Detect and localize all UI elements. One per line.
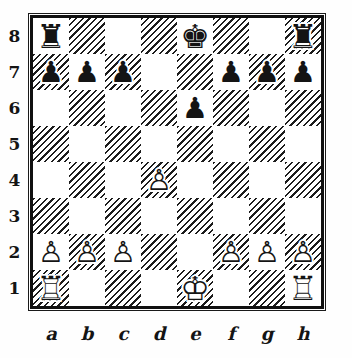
black-king[interactable]: ♚♚ [177, 18, 213, 54]
white-pawn[interactable]: ♟♙ [249, 234, 285, 270]
square-d3[interactable] [141, 198, 177, 234]
square-f5[interactable] [213, 126, 249, 162]
square-d1[interactable] [141, 270, 177, 306]
square-f8[interactable] [213, 18, 249, 54]
black-pawn[interactable]: ♟♟ [285, 54, 321, 90]
square-g3[interactable] [249, 198, 285, 234]
file-label-g: g [249, 323, 285, 344]
file-label-f: f [213, 323, 249, 344]
square-e1[interactable]: ♚♔ [177, 270, 213, 306]
square-e8[interactable]: ♚♚ [177, 18, 213, 54]
black-pawn-glyph: ♟ [33, 54, 69, 90]
white-rook-glyph: ♖ [33, 270, 69, 306]
file-label-e: e [177, 323, 213, 344]
square-d8[interactable] [141, 18, 177, 54]
square-h5[interactable] [285, 126, 321, 162]
square-a3[interactable] [33, 198, 69, 234]
square-c6[interactable] [105, 90, 141, 126]
board-border: ♜♜♚♚♜♜♟♟♟♟♟♟♟♟♟♟♟♟♟♟♟♙♟♙♟♙♟♙♟♙♟♙♟♙♜♖♚♔♜♖ [30, 15, 324, 309]
black-pawn-glyph: ♟ [285, 54, 321, 90]
black-rook[interactable]: ♜♜ [285, 18, 321, 54]
square-f3[interactable] [213, 198, 249, 234]
square-d7[interactable] [141, 54, 177, 90]
square-a5[interactable] [33, 126, 69, 162]
rank-label-5: 5 [5, 126, 24, 162]
white-pawn[interactable]: ♟♙ [141, 162, 177, 198]
square-g4[interactable] [249, 162, 285, 198]
white-pawn-glyph: ♙ [141, 162, 177, 198]
rank-labels: 87654321 [5, 18, 24, 306]
square-f7[interactable]: ♟♟ [213, 54, 249, 90]
chess-diagram: 87654321 ♜♜♚♚♜♜♟♟♟♟♟♟♟♟♟♟♟♟♟♟♟♙♟♙♟♙♟♙♟♙♟… [0, 0, 352, 358]
square-c2[interactable]: ♟♙ [105, 234, 141, 270]
white-pawn-glyph: ♙ [213, 234, 249, 270]
black-pawn[interactable]: ♟♟ [33, 54, 69, 90]
black-pawn-glyph: ♟ [213, 54, 249, 90]
black-pawn-glyph: ♟ [249, 54, 285, 90]
square-h6[interactable] [285, 90, 321, 126]
black-pawn-glyph: ♟ [105, 54, 141, 90]
black-rook-glyph: ♜ [33, 18, 69, 54]
square-a7[interactable]: ♟♟ [33, 54, 69, 90]
square-c4[interactable] [105, 162, 141, 198]
white-rook[interactable]: ♜♖ [33, 270, 69, 306]
file-label-a: a [33, 323, 69, 344]
square-h3[interactable] [285, 198, 321, 234]
black-king-glyph: ♚ [177, 18, 213, 54]
white-pawn[interactable]: ♟♙ [213, 234, 249, 270]
square-c5[interactable] [105, 126, 141, 162]
square-e2[interactable] [177, 234, 213, 270]
rank-label-4: 4 [5, 162, 24, 198]
square-g8[interactable] [249, 18, 285, 54]
rank-label-7: 7 [5, 54, 24, 90]
square-b3[interactable] [69, 198, 105, 234]
square-d6[interactable] [141, 90, 177, 126]
file-label-d: d [141, 323, 177, 344]
square-h4[interactable] [285, 162, 321, 198]
black-pawn-glyph: ♟ [69, 54, 105, 90]
square-c1[interactable] [105, 270, 141, 306]
white-pawn[interactable]: ♟♙ [33, 234, 69, 270]
black-pawn[interactable]: ♟♟ [213, 54, 249, 90]
white-rook-glyph: ♖ [285, 270, 321, 306]
square-a6[interactable] [33, 90, 69, 126]
square-b6[interactable] [69, 90, 105, 126]
square-b4[interactable] [69, 162, 105, 198]
square-a8[interactable]: ♜♜ [33, 18, 69, 54]
square-b5[interactable] [69, 126, 105, 162]
square-b2[interactable]: ♟♙ [69, 234, 105, 270]
square-b8[interactable] [69, 18, 105, 54]
square-e5[interactable] [177, 126, 213, 162]
square-d4[interactable]: ♟♙ [141, 162, 177, 198]
square-f1[interactable] [213, 270, 249, 306]
black-pawn[interactable]: ♟♟ [249, 54, 285, 90]
square-g7[interactable]: ♟♟ [249, 54, 285, 90]
file-label-c: c [105, 323, 141, 344]
white-pawn-glyph: ♙ [249, 234, 285, 270]
square-f4[interactable] [213, 162, 249, 198]
square-g6[interactable] [249, 90, 285, 126]
black-pawn[interactable]: ♟♟ [69, 54, 105, 90]
black-rook-glyph: ♜ [285, 18, 321, 54]
white-pawn-glyph: ♙ [285, 234, 321, 270]
square-c7[interactable]: ♟♟ [105, 54, 141, 90]
rank-label-2: 2 [5, 234, 24, 270]
square-h8[interactable]: ♜♜ [285, 18, 321, 54]
rank-label-8: 8 [5, 18, 24, 54]
file-label-h: h [285, 323, 321, 344]
square-g1[interactable] [249, 270, 285, 306]
white-king[interactable]: ♚♔ [177, 270, 213, 306]
white-pawn[interactable]: ♟♙ [285, 234, 321, 270]
white-rook[interactable]: ♜♖ [285, 270, 321, 306]
file-label-b: b [69, 323, 105, 344]
square-c8[interactable] [105, 18, 141, 54]
white-king-glyph: ♔ [177, 270, 213, 306]
file-labels: abcdefgh [33, 323, 321, 344]
square-h2[interactable]: ♟♙ [285, 234, 321, 270]
square-d2[interactable] [141, 234, 177, 270]
rank-label-1: 1 [5, 270, 24, 306]
white-pawn[interactable]: ♟♙ [69, 234, 105, 270]
board: ♜♜♚♚♜♜♟♟♟♟♟♟♟♟♟♟♟♟♟♟♟♙♟♙♟♙♟♙♟♙♟♙♟♙♜♖♚♔♜♖ [33, 18, 321, 306]
square-a2[interactable]: ♟♙ [33, 234, 69, 270]
square-f6[interactable] [213, 90, 249, 126]
square-e6[interactable]: ♟♟ [177, 90, 213, 126]
white-pawn-glyph: ♙ [33, 234, 69, 270]
square-g5[interactable] [249, 126, 285, 162]
square-h1[interactable]: ♜♖ [285, 270, 321, 306]
square-e4[interactable] [177, 162, 213, 198]
square-e3[interactable] [177, 198, 213, 234]
board-frame: ♜♜♚♚♜♜♟♟♟♟♟♟♟♟♟♟♟♟♟♟♟♙♟♙♟♙♟♙♟♙♟♙♟♙♜♖♚♔♜♖ [28, 13, 326, 311]
square-d5[interactable] [141, 126, 177, 162]
square-e7[interactable] [177, 54, 213, 90]
white-pawn[interactable]: ♟♙ [105, 234, 141, 270]
rank-label-3: 3 [5, 198, 24, 234]
square-a1[interactable]: ♜♖ [33, 270, 69, 306]
square-a4[interactable] [33, 162, 69, 198]
white-pawn-glyph: ♙ [105, 234, 141, 270]
black-rook[interactable]: ♜♜ [33, 18, 69, 54]
black-pawn-glyph: ♟ [177, 90, 213, 126]
square-g2[interactable]: ♟♙ [249, 234, 285, 270]
square-h7[interactable]: ♟♟ [285, 54, 321, 90]
square-b1[interactable] [69, 270, 105, 306]
square-f2[interactable]: ♟♙ [213, 234, 249, 270]
square-c3[interactable] [105, 198, 141, 234]
rank-label-6: 6 [5, 90, 24, 126]
black-pawn[interactable]: ♟♟ [177, 90, 213, 126]
black-pawn[interactable]: ♟♟ [105, 54, 141, 90]
white-pawn-glyph: ♙ [69, 234, 105, 270]
square-b7[interactable]: ♟♟ [69, 54, 105, 90]
